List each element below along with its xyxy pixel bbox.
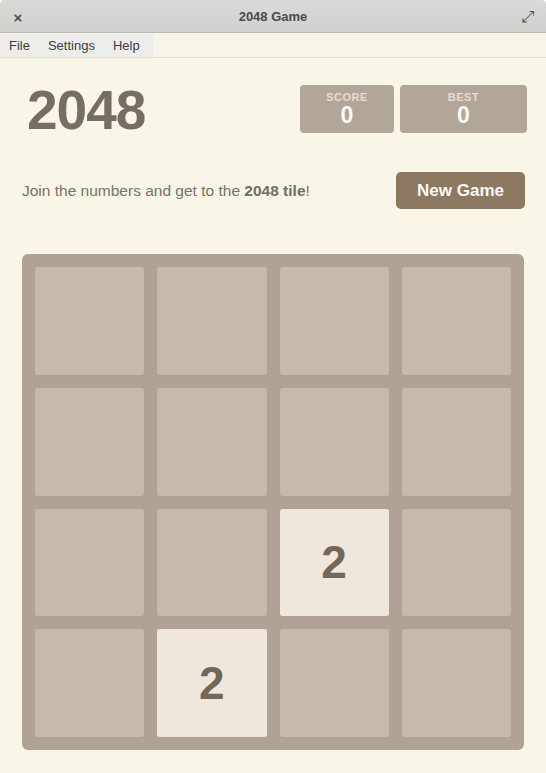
score-value: 0 — [341, 103, 354, 128]
menubar: File Settings Help — [0, 34, 153, 57]
board-cell — [35, 509, 144, 617]
board-cell — [35, 388, 144, 496]
page-title: 2048 — [27, 83, 145, 138]
menu-file[interactable]: File — [0, 34, 39, 57]
subtitle-goal: 2048 tile — [244, 182, 305, 199]
titlebar: × 2048 Game ⤢ — [0, 0, 546, 33]
window-title: 2048 Game — [0, 9, 546, 24]
board-cell — [402, 388, 511, 496]
tile-2: 2 — [280, 509, 389, 617]
board-cell — [402, 509, 511, 617]
board-cell — [280, 388, 389, 496]
menubar-row: File Settings Help — [0, 34, 546, 58]
app-window: × 2048 Game ⤢ File Settings Help 2048 SC… — [0, 0, 546, 773]
menu-settings[interactable]: Settings — [39, 34, 104, 57]
menu-help[interactable]: Help — [104, 34, 149, 57]
board-cell — [157, 509, 266, 617]
subtitle: Join the numbers and get to the 2048 til… — [22, 182, 310, 200]
board-cell: 2 — [280, 509, 389, 617]
board[interactable]: 22 — [22, 254, 524, 750]
score-box: SCORE 0 — [300, 85, 394, 133]
board-cell: 2 — [157, 629, 266, 737]
board-cell — [157, 388, 266, 496]
maximize-icon[interactable]: ⤢ — [516, 5, 540, 29]
new-game-button[interactable]: New Game — [396, 172, 525, 209]
board-cell — [280, 267, 389, 375]
board-cell — [402, 267, 511, 375]
subtitle-prefix: Join the numbers and get to the — [22, 182, 244, 199]
close-icon[interactable]: × — [7, 6, 29, 28]
board-cell — [157, 267, 266, 375]
board-cell — [402, 629, 511, 737]
board-cell — [35, 629, 144, 737]
subtitle-suffix: ! — [306, 182, 310, 199]
board-cell — [280, 629, 389, 737]
board-cell — [35, 267, 144, 375]
tile-2: 2 — [157, 629, 266, 737]
best-box: BEST 0 — [400, 85, 527, 133]
best-value: 0 — [457, 103, 470, 128]
